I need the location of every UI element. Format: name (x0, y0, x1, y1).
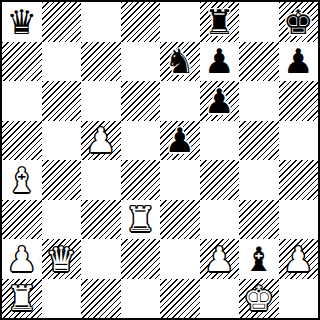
square-a8[interactable]: ♛ (2, 2, 42, 42)
square-h4[interactable] (279, 160, 319, 200)
white-pawn: ♟ (283, 242, 313, 276)
square-e7[interactable]: ♞ (160, 42, 200, 82)
black-pawn: ♟ (204, 44, 234, 78)
square-h8[interactable]: ♚ (279, 2, 319, 42)
square-e2[interactable] (160, 239, 200, 279)
square-b3[interactable] (42, 200, 82, 240)
white-queen: ♛ (46, 242, 76, 276)
square-h2[interactable]: ♟ (279, 239, 319, 279)
white-rook: ♜ (7, 281, 37, 315)
square-c4[interactable] (81, 160, 121, 200)
black-bishop: ♝ (244, 242, 274, 276)
black-pawn: ♟ (283, 44, 313, 78)
square-g1[interactable]: ♚ (239, 279, 279, 319)
square-a7[interactable] (2, 42, 42, 82)
square-f8[interactable]: ♜ (200, 2, 240, 42)
black-pawn: ♟ (204, 84, 234, 118)
square-g4[interactable] (239, 160, 279, 200)
square-e8[interactable] (160, 2, 200, 42)
white-pawn: ♟ (7, 242, 37, 276)
white-bishop: ♝ (7, 163, 37, 197)
square-g3[interactable] (239, 200, 279, 240)
square-h5[interactable] (279, 121, 319, 161)
square-g5[interactable] (239, 121, 279, 161)
square-a2[interactable]: ♟ (2, 239, 42, 279)
square-d8[interactable] (121, 2, 161, 42)
black-pawn: ♟ (165, 123, 195, 157)
square-h1[interactable] (279, 279, 319, 319)
black-king: ♚ (283, 5, 313, 39)
white-pawn: ♟ (204, 242, 234, 276)
square-a3[interactable] (2, 200, 42, 240)
square-c1[interactable] (81, 279, 121, 319)
square-d6[interactable] (121, 81, 161, 121)
square-g7[interactable] (239, 42, 279, 82)
square-b6[interactable] (42, 81, 82, 121)
square-g8[interactable] (239, 2, 279, 42)
square-f1[interactable] (200, 279, 240, 319)
square-c8[interactable] (81, 2, 121, 42)
square-h3[interactable] (279, 200, 319, 240)
black-queen: ♛ (7, 5, 37, 39)
square-b5[interactable] (42, 121, 82, 161)
square-f3[interactable] (200, 200, 240, 240)
black-rook: ♜ (204, 5, 234, 39)
square-c6[interactable] (81, 81, 121, 121)
square-f5[interactable] (200, 121, 240, 161)
square-h6[interactable] (279, 81, 319, 121)
square-e6[interactable] (160, 81, 200, 121)
square-f2[interactable]: ♟ (200, 239, 240, 279)
square-g6[interactable] (239, 81, 279, 121)
square-b4[interactable] (42, 160, 82, 200)
square-f4[interactable] (200, 160, 240, 200)
square-b1[interactable] (42, 279, 82, 319)
square-d1[interactable] (121, 279, 161, 319)
black-knight: ♞ (165, 44, 195, 78)
square-c3[interactable] (81, 200, 121, 240)
square-b8[interactable] (42, 2, 82, 42)
square-b2[interactable]: ♛ (42, 239, 82, 279)
square-d3[interactable]: ♜ (121, 200, 161, 240)
square-h7[interactable]: ♟ (279, 42, 319, 82)
square-c7[interactable] (81, 42, 121, 82)
square-f7[interactable]: ♟ (200, 42, 240, 82)
square-e3[interactable] (160, 200, 200, 240)
square-e4[interactable] (160, 160, 200, 200)
square-a4[interactable]: ♝ (2, 160, 42, 200)
white-rook: ♜ (125, 202, 155, 236)
square-e1[interactable] (160, 279, 200, 319)
square-d4[interactable] (121, 160, 161, 200)
square-g2[interactable]: ♝ (239, 239, 279, 279)
square-c2[interactable] (81, 239, 121, 279)
square-c5[interactable]: ♟ (81, 121, 121, 161)
white-king: ♚ (244, 281, 274, 315)
square-b7[interactable] (42, 42, 82, 82)
square-e5[interactable]: ♟ (160, 121, 200, 161)
white-pawn: ♟ (86, 123, 116, 157)
square-a5[interactable] (2, 121, 42, 161)
square-a6[interactable] (2, 81, 42, 121)
square-d2[interactable] (121, 239, 161, 279)
square-f6[interactable]: ♟ (200, 81, 240, 121)
square-a1[interactable]: ♜ (2, 279, 42, 319)
chess-board: ♛♜♚♞♟♟♟♟♟♝♜♟♛♟♝♟♜♚ (0, 0, 320, 320)
square-d7[interactable] (121, 42, 161, 82)
square-d5[interactable] (121, 121, 161, 161)
